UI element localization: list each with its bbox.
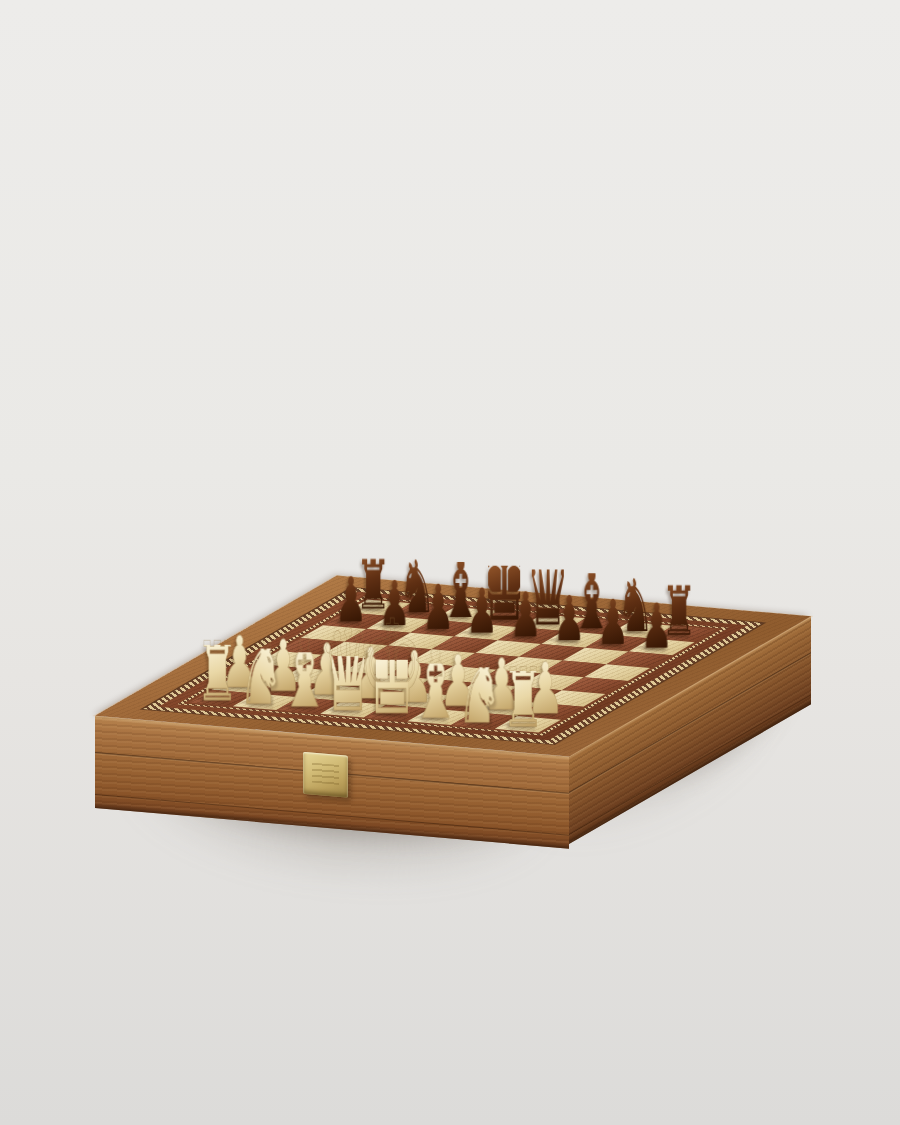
- piece-black-pawn: ♟: [597, 590, 629, 646]
- piece-white-knight: ♞: [245, 649, 277, 705]
- piece-white-bishop: ♝: [288, 652, 320, 708]
- piece-white-rook: ♜: [201, 645, 233, 701]
- brass-plaque: [303, 752, 348, 798]
- piece-white-king: ♚: [376, 660, 408, 716]
- piece-white-rook: ♜: [507, 671, 539, 727]
- piece-black-pawn: ♟: [553, 586, 585, 642]
- product-photo-scene: ♜♞♝♚♛♝♞♜♟♟♟♟♟♟♟♟♟♟♟♟♟♟♟♟♜♞♝♛♚♝♞♜: [0, 0, 900, 1125]
- piece-black-pawn: ♟: [466, 579, 498, 635]
- chess-board: ♜♞♝♚♛♝♞♜♟♟♟♟♟♟♟♟♟♟♟♟♟♟♟♟♜♞♝♛♚♝♞♜: [189, 599, 717, 732]
- piece-black-pawn: ♟: [422, 575, 454, 631]
- base-seam: [95, 794, 569, 836]
- piece-black-pawn: ♟: [641, 594, 673, 650]
- piece-white-knight: ♞: [463, 667, 495, 723]
- piece-white-bishop: ♝: [419, 664, 451, 720]
- piece-black-pawn: ♟: [510, 582, 542, 638]
